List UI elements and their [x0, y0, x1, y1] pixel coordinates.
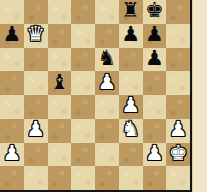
black-pawn-g6[interactable]: ♟ [145, 48, 164, 69]
square-d6[interactable] [71, 48, 95, 72]
square-f4[interactable]: ♟ [119, 95, 143, 119]
square-c1[interactable] [48, 166, 72, 190]
square-g4[interactable] [143, 95, 167, 119]
square-e8[interactable] [95, 0, 119, 24]
square-f5[interactable] [119, 71, 143, 95]
square-e1[interactable] [95, 166, 119, 190]
square-g5[interactable] [143, 71, 167, 95]
square-a3[interactable] [0, 119, 24, 143]
white-pawn-a2[interactable]: ♟ [2, 143, 21, 164]
square-a7[interactable]: ♟ [0, 24, 24, 48]
black-rook-f8[interactable]: ♜ [121, 0, 140, 21]
black-pawn-f7[interactable]: ♟ [121, 24, 140, 45]
black-king-g8[interactable]: ♚ [145, 0, 164, 21]
square-b3[interactable]: ♟ [24, 119, 48, 143]
white-pawn-e5[interactable]: ♟ [97, 72, 116, 93]
square-d7[interactable] [71, 24, 95, 48]
square-c5[interactable]: ♝ [48, 71, 72, 95]
square-e4[interactable] [95, 95, 119, 119]
square-h8[interactable] [166, 0, 190, 24]
square-h2[interactable]: ♚ [166, 143, 190, 167]
square-c8[interactable] [48, 0, 72, 24]
square-f7[interactable]: ♟ [119, 24, 143, 48]
square-e6[interactable]: ♞ [95, 48, 119, 72]
square-g2[interactable]: ♟ [143, 143, 167, 167]
square-a4[interactable] [0, 95, 24, 119]
square-f8[interactable]: ♜ [119, 0, 143, 24]
square-f3[interactable]: ♞ [119, 119, 143, 143]
square-d4[interactable] [71, 95, 95, 119]
square-b4[interactable] [24, 95, 48, 119]
square-c2[interactable] [48, 143, 72, 167]
white-queen-b7[interactable]: ♛ [26, 24, 45, 45]
square-e7[interactable] [95, 24, 119, 48]
square-d5[interactable] [71, 71, 95, 95]
square-b8[interactable] [24, 0, 48, 24]
square-g1[interactable] [143, 166, 167, 190]
square-d2[interactable] [71, 143, 95, 167]
white-pawn-g2[interactable]: ♟ [145, 143, 164, 164]
black-pawn-g7[interactable]: ♟ [145, 24, 164, 45]
square-d8[interactable] [71, 0, 95, 24]
square-a8[interactable] [0, 0, 24, 24]
square-b5[interactable] [24, 71, 48, 95]
square-c7[interactable] [48, 24, 72, 48]
square-h5[interactable] [166, 71, 190, 95]
white-pawn-b3[interactable]: ♟ [26, 119, 45, 140]
square-c3[interactable] [48, 119, 72, 143]
square-d1[interactable] [71, 166, 95, 190]
square-e2[interactable] [95, 143, 119, 167]
square-c4[interactable] [48, 95, 72, 119]
square-a1[interactable] [0, 166, 24, 190]
square-a5[interactable] [0, 71, 24, 95]
square-c6[interactable] [48, 48, 72, 72]
square-e3[interactable] [95, 119, 119, 143]
square-g3[interactable] [143, 119, 167, 143]
white-king-h2[interactable]: ♚ [169, 143, 188, 164]
square-e5[interactable]: ♟ [95, 71, 119, 95]
square-d3[interactable] [71, 119, 95, 143]
square-h4[interactable] [166, 95, 190, 119]
square-b6[interactable] [24, 48, 48, 72]
black-pawn-a7[interactable]: ♟ [2, 24, 21, 45]
square-g6[interactable]: ♟ [143, 48, 167, 72]
black-bishop-c5[interactable]: ♝ [50, 72, 69, 93]
black-knight-e6[interactable]: ♞ [97, 48, 116, 69]
square-h3[interactable]: ♟ [166, 119, 190, 143]
square-a6[interactable] [0, 48, 24, 72]
chess-board: ♜♚♟♛♟♟♞♟♝♟♟♟♞♟♟♟♚ [0, 0, 190, 190]
white-pawn-h3[interactable]: ♟ [169, 119, 188, 140]
chess-board-frame: ♜♚♟♛♟♟♞♟♝♟♟♟♞♟♟♟♚ [0, 0, 192, 192]
square-a2[interactable]: ♟ [0, 143, 24, 167]
right-panel [192, 0, 207, 192]
square-f1[interactable] [119, 166, 143, 190]
square-g8[interactable]: ♚ [143, 0, 167, 24]
white-knight-f3[interactable]: ♞ [121, 119, 140, 140]
square-f6[interactable] [119, 48, 143, 72]
chess-app-window: ♜♚♟♛♟♟♞♟♝♟♟♟♞♟♟♟♚ [0, 0, 207, 192]
square-h1[interactable] [166, 166, 190, 190]
square-g7[interactable]: ♟ [143, 24, 167, 48]
square-f2[interactable] [119, 143, 143, 167]
square-h7[interactable] [166, 24, 190, 48]
square-h6[interactable] [166, 48, 190, 72]
white-pawn-f4[interactable]: ♟ [121, 95, 140, 116]
square-b1[interactable] [24, 166, 48, 190]
square-b2[interactable] [24, 143, 48, 167]
square-b7[interactable]: ♛ [24, 24, 48, 48]
